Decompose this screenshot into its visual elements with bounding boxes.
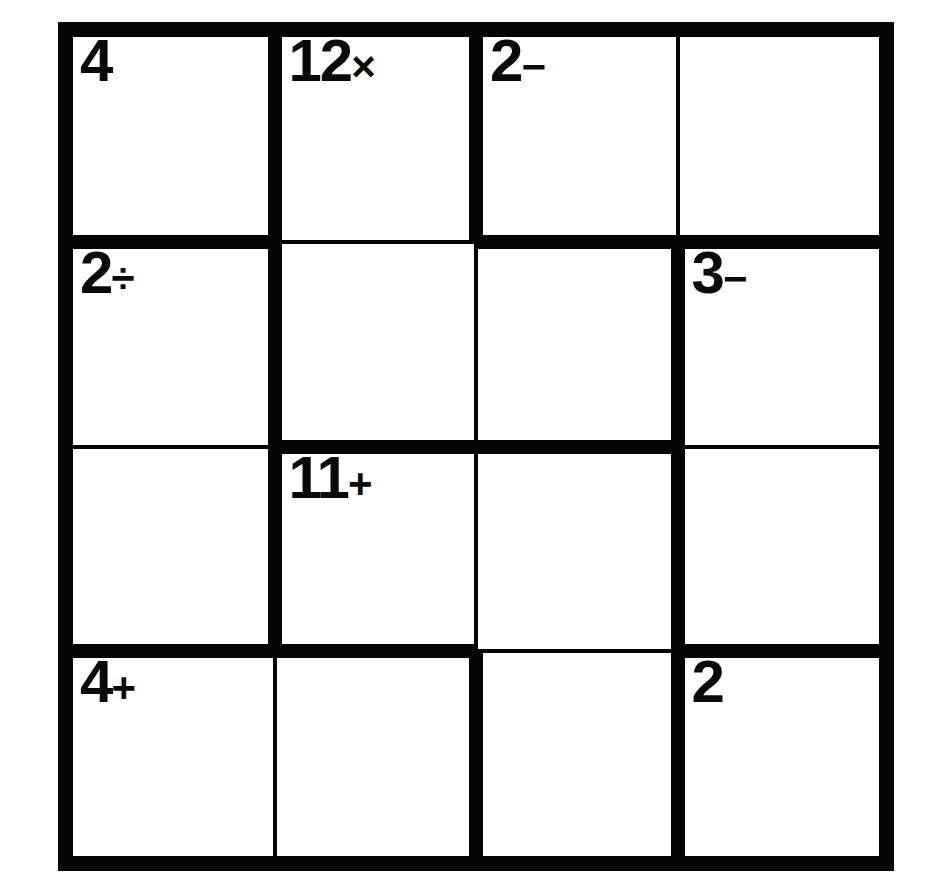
clue-target-number: 2 xyxy=(490,27,521,94)
cell-r1c2[interactable] xyxy=(476,242,678,447)
cell-r0c1[interactable]: 12× xyxy=(275,37,477,242)
clue-target-number: 3 xyxy=(692,239,723,306)
clue-target-number: 4 xyxy=(80,27,111,94)
cell-r3c3[interactable]: 2 xyxy=(678,651,880,856)
clue-operator: + xyxy=(111,664,136,711)
kenken-board: 412×2−2÷3−11+4+2 xyxy=(58,22,894,871)
cell-r1c0[interactable]: 2÷ xyxy=(73,242,275,447)
cell-r2c2[interactable] xyxy=(476,447,678,652)
cage-clue: 4 xyxy=(80,31,111,91)
cell-r2c0[interactable] xyxy=(73,447,275,652)
clue-target-number: 2 xyxy=(692,648,723,715)
cell-r2c3[interactable] xyxy=(678,447,880,652)
clue-operator: ÷ xyxy=(111,255,134,302)
clue-operator: + xyxy=(348,460,373,507)
cage-clue: 11+ xyxy=(289,448,373,508)
cage-clue: 2÷ xyxy=(80,243,134,303)
clue-target-number: 11 xyxy=(289,444,348,511)
cage-clue: 4+ xyxy=(80,652,136,712)
cell-r0c0[interactable]: 4 xyxy=(73,37,275,242)
cell-r3c0[interactable]: 4+ xyxy=(73,651,275,856)
cell-r0c2[interactable]: 2− xyxy=(476,37,678,242)
clue-target-number: 4 xyxy=(80,648,111,715)
cell-r0c3[interactable] xyxy=(678,37,880,242)
cell-r3c2[interactable] xyxy=(476,651,678,856)
cage-clue: 12× xyxy=(289,31,376,91)
clue-operator: − xyxy=(723,255,748,302)
clue-operator: × xyxy=(351,43,376,90)
kenken-puzzle-page: 412×2−2÷3−11+4+2 xyxy=(0,0,938,896)
cage-clue: 2− xyxy=(490,31,546,91)
cage-clue: 3− xyxy=(692,243,748,303)
clue-target-number: 12 xyxy=(289,27,352,94)
cell-r1c1[interactable] xyxy=(275,242,477,447)
clue-operator: − xyxy=(521,43,546,90)
cell-r1c3[interactable]: 3− xyxy=(678,242,880,447)
cell-r2c1[interactable]: 11+ xyxy=(275,447,477,652)
clue-target-number: 2 xyxy=(80,239,111,306)
cell-r3c1[interactable] xyxy=(275,651,477,856)
cage-clue: 2 xyxy=(692,652,723,712)
